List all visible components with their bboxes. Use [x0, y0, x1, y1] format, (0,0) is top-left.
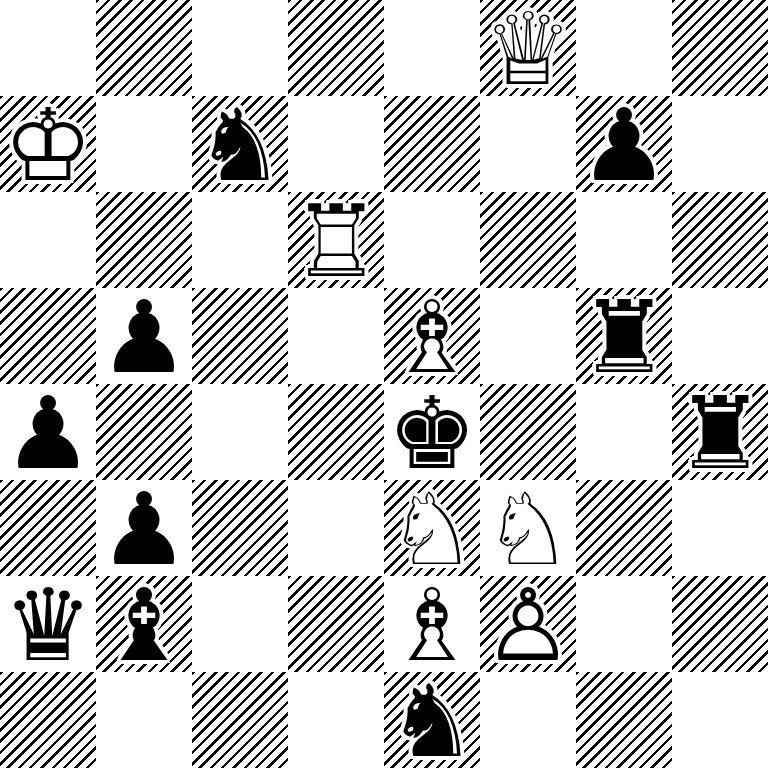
square-d5[interactable] [288, 288, 384, 384]
square-a8[interactable] [0, 0, 96, 96]
black-pawn-glyph: ♟ [579, 96, 669, 196]
square-a3[interactable] [0, 480, 96, 576]
square-e5[interactable]: ♝♗ [384, 288, 480, 384]
square-d8[interactable] [288, 0, 384, 96]
black-pawn-piece: ♟ [576, 96, 672, 192]
square-f1[interactable] [480, 672, 576, 768]
square-c8[interactable] [192, 0, 288, 96]
white-rook-glyph: ♖ [291, 192, 381, 292]
white-queen-glyph: ♕ [483, 0, 573, 100]
square-f6[interactable] [480, 192, 576, 288]
square-f4[interactable] [480, 384, 576, 480]
black-pawn-piece: ♟ [96, 288, 192, 384]
square-f3[interactable]: ♞♘ [480, 480, 576, 576]
black-king-piece: ♚ [384, 384, 480, 480]
square-c7[interactable]: ♞ [192, 96, 288, 192]
black-rook-glyph: ♜ [579, 288, 669, 388]
black-king-glyph: ♚ [387, 384, 477, 484]
square-e3[interactable]: ♞♘ [384, 480, 480, 576]
square-h7[interactable] [672, 96, 768, 192]
square-h6[interactable] [672, 192, 768, 288]
square-g5[interactable]: ♜ [576, 288, 672, 384]
square-d3[interactable] [288, 480, 384, 576]
square-e1[interactable]: ♞ [384, 672, 480, 768]
white-knight-piece: ♞♘ [480, 480, 576, 576]
black-pawn-piece: ♟ [0, 384, 96, 480]
square-a2[interactable]: ♛ [0, 576, 96, 672]
square-h1[interactable] [672, 672, 768, 768]
square-d4[interactable] [288, 384, 384, 480]
white-king-glyph: ♔ [3, 96, 93, 196]
square-e2[interactable]: ♝♗ [384, 576, 480, 672]
square-e6[interactable] [384, 192, 480, 288]
square-e7[interactable] [384, 96, 480, 192]
white-bishop-glyph: ♗ [387, 576, 477, 676]
black-pawn-glyph: ♟ [3, 384, 93, 484]
square-b7[interactable] [96, 96, 192, 192]
square-c2[interactable] [192, 576, 288, 672]
white-rook-piece: ♜♖ [288, 192, 384, 288]
square-h5[interactable] [672, 288, 768, 384]
square-a7[interactable]: ♚♔ [0, 96, 96, 192]
black-rook-glyph: ♜ [675, 384, 765, 484]
square-d1[interactable] [288, 672, 384, 768]
square-f2[interactable]: ♟♙ [480, 576, 576, 672]
white-bishop-piece: ♝♗ [384, 288, 480, 384]
square-h2[interactable] [672, 576, 768, 672]
white-knight-glyph: ♘ [483, 480, 573, 580]
square-c5[interactable] [192, 288, 288, 384]
square-d6[interactable]: ♜♖ [288, 192, 384, 288]
black-rook-piece: ♜ [672, 384, 768, 480]
white-king-piece: ♚♔ [0, 96, 96, 192]
square-b4[interactable] [96, 384, 192, 480]
black-rook-piece: ♜ [576, 288, 672, 384]
square-g7[interactable]: ♟ [576, 96, 672, 192]
white-queen-piece: ♛♕ [480, 0, 576, 96]
square-b5[interactable]: ♟ [96, 288, 192, 384]
black-knight-glyph: ♞ [387, 672, 477, 768]
square-g3[interactable] [576, 480, 672, 576]
black-pawn-glyph: ♟ [99, 288, 189, 388]
white-bishop-piece: ♝♗ [384, 576, 480, 672]
white-knight-piece: ♞♘ [384, 480, 480, 576]
black-pawn-piece: ♟ [96, 480, 192, 576]
white-pawn-piece: ♟♙ [480, 576, 576, 672]
black-queen-piece: ♛ [0, 576, 96, 672]
square-g2[interactable] [576, 576, 672, 672]
square-g4[interactable] [576, 384, 672, 480]
white-knight-glyph: ♘ [387, 480, 477, 580]
square-b1[interactable] [96, 672, 192, 768]
black-knight-piece: ♞ [384, 672, 480, 768]
black-knight-piece: ♞ [192, 96, 288, 192]
square-g6[interactable] [576, 192, 672, 288]
square-h3[interactable] [672, 480, 768, 576]
black-queen-glyph: ♛ [3, 576, 93, 676]
square-e8[interactable] [384, 0, 480, 96]
square-f8[interactable]: ♛♕ [480, 0, 576, 96]
square-c6[interactable] [192, 192, 288, 288]
square-c4[interactable] [192, 384, 288, 480]
white-bishop-glyph: ♗ [387, 288, 477, 388]
square-b2[interactable]: ♝ [96, 576, 192, 672]
square-f7[interactable] [480, 96, 576, 192]
square-d7[interactable] [288, 96, 384, 192]
square-a4[interactable]: ♟ [0, 384, 96, 480]
white-pawn-glyph: ♙ [483, 576, 573, 676]
square-e4[interactable]: ♚ [384, 384, 480, 480]
square-h4[interactable]: ♜ [672, 384, 768, 480]
black-bishop-piece: ♝ [96, 576, 192, 672]
square-h8[interactable] [672, 0, 768, 96]
square-f5[interactable] [480, 288, 576, 384]
square-a6[interactable] [0, 192, 96, 288]
square-a1[interactable] [0, 672, 96, 768]
square-b6[interactable] [96, 192, 192, 288]
square-c3[interactable] [192, 480, 288, 576]
square-d2[interactable] [288, 576, 384, 672]
square-g1[interactable] [576, 672, 672, 768]
black-pawn-glyph: ♟ [99, 480, 189, 580]
square-b8[interactable] [96, 0, 192, 96]
black-bishop-glyph: ♝ [99, 576, 189, 676]
chess-board: ♛♕♚♔♞♟♜♖♟♝♗♜♟♚♜♟♞♘♞♘♛♝♝♗♟♙♞ [0, 0, 768, 768]
square-a5[interactable] [0, 288, 96, 384]
square-g8[interactable] [576, 0, 672, 96]
black-knight-glyph: ♞ [195, 96, 285, 196]
square-c1[interactable] [192, 672, 288, 768]
square-b3[interactable]: ♟ [96, 480, 192, 576]
